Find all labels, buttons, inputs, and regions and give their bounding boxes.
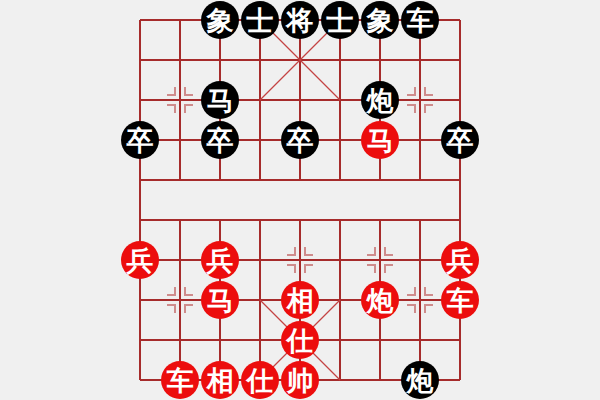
piece-black-soldier[interactable]: 卒 [121,121,159,159]
piece-red-elephant[interactable]: 相 [281,281,319,319]
marker-corner [167,104,176,113]
marker-corner [424,287,433,296]
piece-black-advisor[interactable]: 士 [241,1,279,39]
marker-corner [184,104,193,113]
piece-black-elephant[interactable]: 象 [201,1,239,39]
point-marker [280,240,320,280]
piece-black-soldier[interactable]: 卒 [281,121,319,159]
marker-corner [384,264,393,273]
piece-black-general[interactable]: 将 [281,1,319,39]
piece-black-soldier[interactable]: 卒 [201,121,239,159]
marker-corner [407,287,416,296]
marker-corner [367,264,376,273]
point-marker [400,280,440,320]
marker-corner [167,287,176,296]
point-marker [160,280,200,320]
marker-corner [304,247,313,256]
marker-corner [407,304,416,313]
marker-corner [287,264,296,273]
point-marker [400,80,440,120]
piece-red-advisor[interactable]: 仕 [241,361,279,399]
piece-black-soldier[interactable]: 卒 [441,121,479,159]
piece-black-cannon[interactable]: 炮 [361,81,399,119]
marker-corner [167,87,176,96]
piece-red-soldier[interactable]: 兵 [201,241,239,279]
piece-red-chariot[interactable]: 车 [441,281,479,319]
piece-red-horse[interactable]: 马 [361,121,399,159]
marker-corner [424,304,433,313]
marker-corner [367,247,376,256]
piece-black-advisor[interactable]: 士 [321,1,359,39]
piece-red-elephant[interactable]: 相 [201,361,239,399]
piece-red-horse[interactable]: 马 [201,281,239,319]
point-marker [360,240,400,280]
marker-corner [184,287,193,296]
piece-black-horse[interactable]: 马 [201,81,239,119]
marker-corner [384,247,393,256]
piece-red-general[interactable]: 帅 [281,361,319,399]
xiangqi-app: 象士将士象车马炮卒卒卒马卒兵兵兵马相炮车仕车相仕帅炮 [0,0,600,400]
piece-black-chariot[interactable]: 车 [401,1,439,39]
marker-corner [304,264,313,273]
piece-red-soldier[interactable]: 兵 [441,241,479,279]
marker-corner [424,87,433,96]
marker-corner [287,247,296,256]
piece-black-cannon[interactable]: 炮 [401,361,439,399]
piece-red-advisor[interactable]: 仕 [281,321,319,359]
piece-red-chariot[interactable]: 车 [161,361,199,399]
marker-corner [184,87,193,96]
marker-corner [424,104,433,113]
marker-corner [407,87,416,96]
piece-black-elephant[interactable]: 象 [361,1,399,39]
marker-corner [407,104,416,113]
piece-red-cannon[interactable]: 炮 [361,281,399,319]
xiangqi-board[interactable]: 象士将士象车马炮卒卒卒马卒兵兵兵马相炮车仕车相仕帅炮 [120,0,480,400]
point-marker [160,80,200,120]
piece-red-soldier[interactable]: 兵 [121,241,159,279]
marker-corner [184,304,193,313]
marker-corner [167,304,176,313]
